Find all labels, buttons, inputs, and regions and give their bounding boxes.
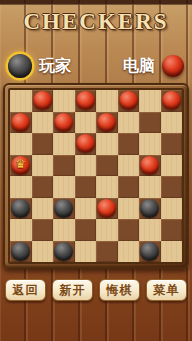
- board: ♛: [3, 83, 189, 269]
- square-r1-c1: [32, 112, 54, 134]
- red-piece[interactable]: [119, 91, 138, 110]
- square-r5-c6[interactable]: [139, 198, 161, 220]
- square-r0-c2: [53, 90, 75, 112]
- square-r3-c3: [75, 155, 97, 177]
- square-r4-c0: [10, 176, 32, 198]
- new-game-button[interactable]: 新开: [52, 279, 93, 301]
- back-button[interactable]: 返回: [5, 279, 46, 301]
- square-r6-c6: [139, 219, 161, 241]
- human-player-label: 玩家: [39, 56, 71, 77]
- square-r7-c0[interactable]: [10, 241, 32, 263]
- square-r0-c1[interactable]: [32, 90, 54, 112]
- black-piece[interactable]: [54, 242, 73, 261]
- square-r1-c3: [75, 112, 97, 134]
- square-r7-c6[interactable]: [139, 241, 161, 263]
- black-piece[interactable]: [54, 199, 73, 218]
- top-bar: [0, 0, 192, 5]
- red-piece[interactable]: [97, 199, 116, 218]
- square-r2-c7[interactable]: [161, 133, 183, 155]
- square-r7-c5: [118, 241, 140, 263]
- red-piece[interactable]: [76, 91, 95, 110]
- square-r6-c3[interactable]: [75, 219, 97, 241]
- square-r1-c7: [161, 112, 183, 134]
- square-r2-c6: [139, 133, 161, 155]
- square-r3-c1: [32, 155, 54, 177]
- player-indicator-human: 玩家: [8, 54, 71, 78]
- square-r0-c4: [96, 90, 118, 112]
- square-r6-c0: [10, 219, 32, 241]
- square-r5-c2[interactable]: [53, 198, 75, 220]
- square-r1-c5: [118, 112, 140, 134]
- square-r5-c5: [118, 198, 140, 220]
- square-r2-c3[interactable]: [75, 133, 97, 155]
- square-r6-c7[interactable]: [161, 219, 183, 241]
- square-r5-c1: [32, 198, 54, 220]
- black-piece[interactable]: [140, 199, 159, 218]
- square-r4-c6: [139, 176, 161, 198]
- square-r6-c1[interactable]: [32, 219, 54, 241]
- square-r0-c5[interactable]: [118, 90, 140, 112]
- square-r7-c1: [32, 241, 54, 263]
- square-r3-c7: [161, 155, 183, 177]
- square-r3-c0[interactable]: ♛: [10, 155, 32, 177]
- red-piece[interactable]: [140, 156, 159, 175]
- black-piece[interactable]: [11, 242, 30, 261]
- square-r0-c6: [139, 90, 161, 112]
- square-r3-c4[interactable]: [96, 155, 118, 177]
- square-r0-c0: [10, 90, 32, 112]
- square-r3-c6[interactable]: [139, 155, 161, 177]
- square-r5-c4[interactable]: [96, 198, 118, 220]
- black-piece[interactable]: [11, 199, 30, 218]
- menu-button[interactable]: 菜单: [146, 279, 187, 301]
- square-r7-c3: [75, 241, 97, 263]
- square-r6-c5[interactable]: [118, 219, 140, 241]
- black-piece-turn-icon: [8, 54, 32, 78]
- red-piece[interactable]: [33, 91, 52, 110]
- square-r7-c7: [161, 241, 183, 263]
- board-grid: ♛: [8, 88, 184, 264]
- square-r1-c0[interactable]: [10, 112, 32, 134]
- crown-icon: ♛: [15, 158, 26, 170]
- checkers-app: CHECKERS 玩家 电脑 ♛ 返回 新开 悔棋 菜单: [0, 0, 192, 341]
- square-r4-c4: [96, 176, 118, 198]
- red-piece[interactable]: [97, 113, 116, 132]
- red-piece[interactable]: [76, 134, 95, 153]
- square-r5-c7: [161, 198, 183, 220]
- square-r7-c4[interactable]: [96, 241, 118, 263]
- square-r5-c3: [75, 198, 97, 220]
- square-r4-c7[interactable]: [161, 176, 183, 198]
- square-r0-c7[interactable]: [161, 90, 183, 112]
- square-r1-c2[interactable]: [53, 112, 75, 134]
- square-r6-c4: [96, 219, 118, 241]
- red-piece-icon: [162, 55, 184, 77]
- player-indicator-computer: 电脑: [123, 55, 184, 77]
- red-piece[interactable]: [54, 113, 73, 132]
- red-piece[interactable]: [162, 91, 181, 110]
- app-title: CHECKERS: [0, 9, 192, 35]
- square-r3-c5: [118, 155, 140, 177]
- square-r0-c3[interactable]: [75, 90, 97, 112]
- red-piece[interactable]: [11, 113, 30, 132]
- square-r2-c2: [53, 133, 75, 155]
- square-r6-c2: [53, 219, 75, 241]
- square-r1-c4[interactable]: [96, 112, 118, 134]
- square-r2-c5[interactable]: [118, 133, 140, 155]
- square-r2-c4: [96, 133, 118, 155]
- square-r5-c0[interactable]: [10, 198, 32, 220]
- square-r2-c1[interactable]: [32, 133, 54, 155]
- black-piece[interactable]: [140, 242, 159, 261]
- player-bar: 玩家 电脑: [0, 47, 192, 85]
- computer-player-label: 电脑: [123, 56, 155, 77]
- square-r7-c2[interactable]: [53, 241, 75, 263]
- square-r2-c0: [10, 133, 32, 155]
- square-r4-c1[interactable]: [32, 176, 54, 198]
- square-r4-c5[interactable]: [118, 176, 140, 198]
- square-r3-c2[interactable]: [53, 155, 75, 177]
- square-r1-c6[interactable]: [139, 112, 161, 134]
- square-r4-c3[interactable]: [75, 176, 97, 198]
- red-king-piece[interactable]: ♛: [11, 156, 30, 175]
- toolbar: 返回 新开 悔棋 菜单: [5, 279, 187, 301]
- undo-button[interactable]: 悔棋: [99, 279, 140, 301]
- square-r4-c2: [53, 176, 75, 198]
